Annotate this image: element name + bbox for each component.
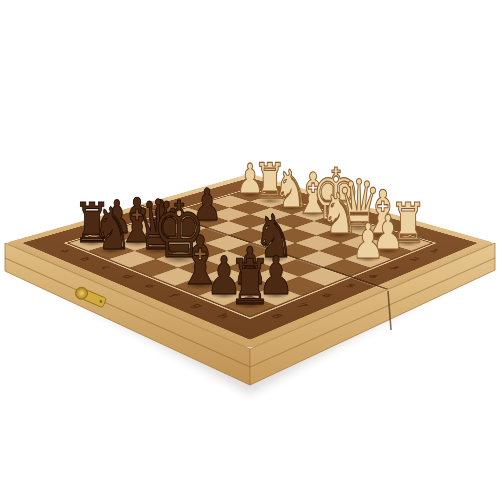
product-photo: abcdefgh12345678 ♟♜♞♝♚♟♛♝♞♟♟♜ [0, 0, 500, 500]
clasp-latch [74, 285, 107, 308]
chess-board: abcdefgh12345678 [5, 174, 494, 349]
fold-seam-side [388, 291, 391, 330]
